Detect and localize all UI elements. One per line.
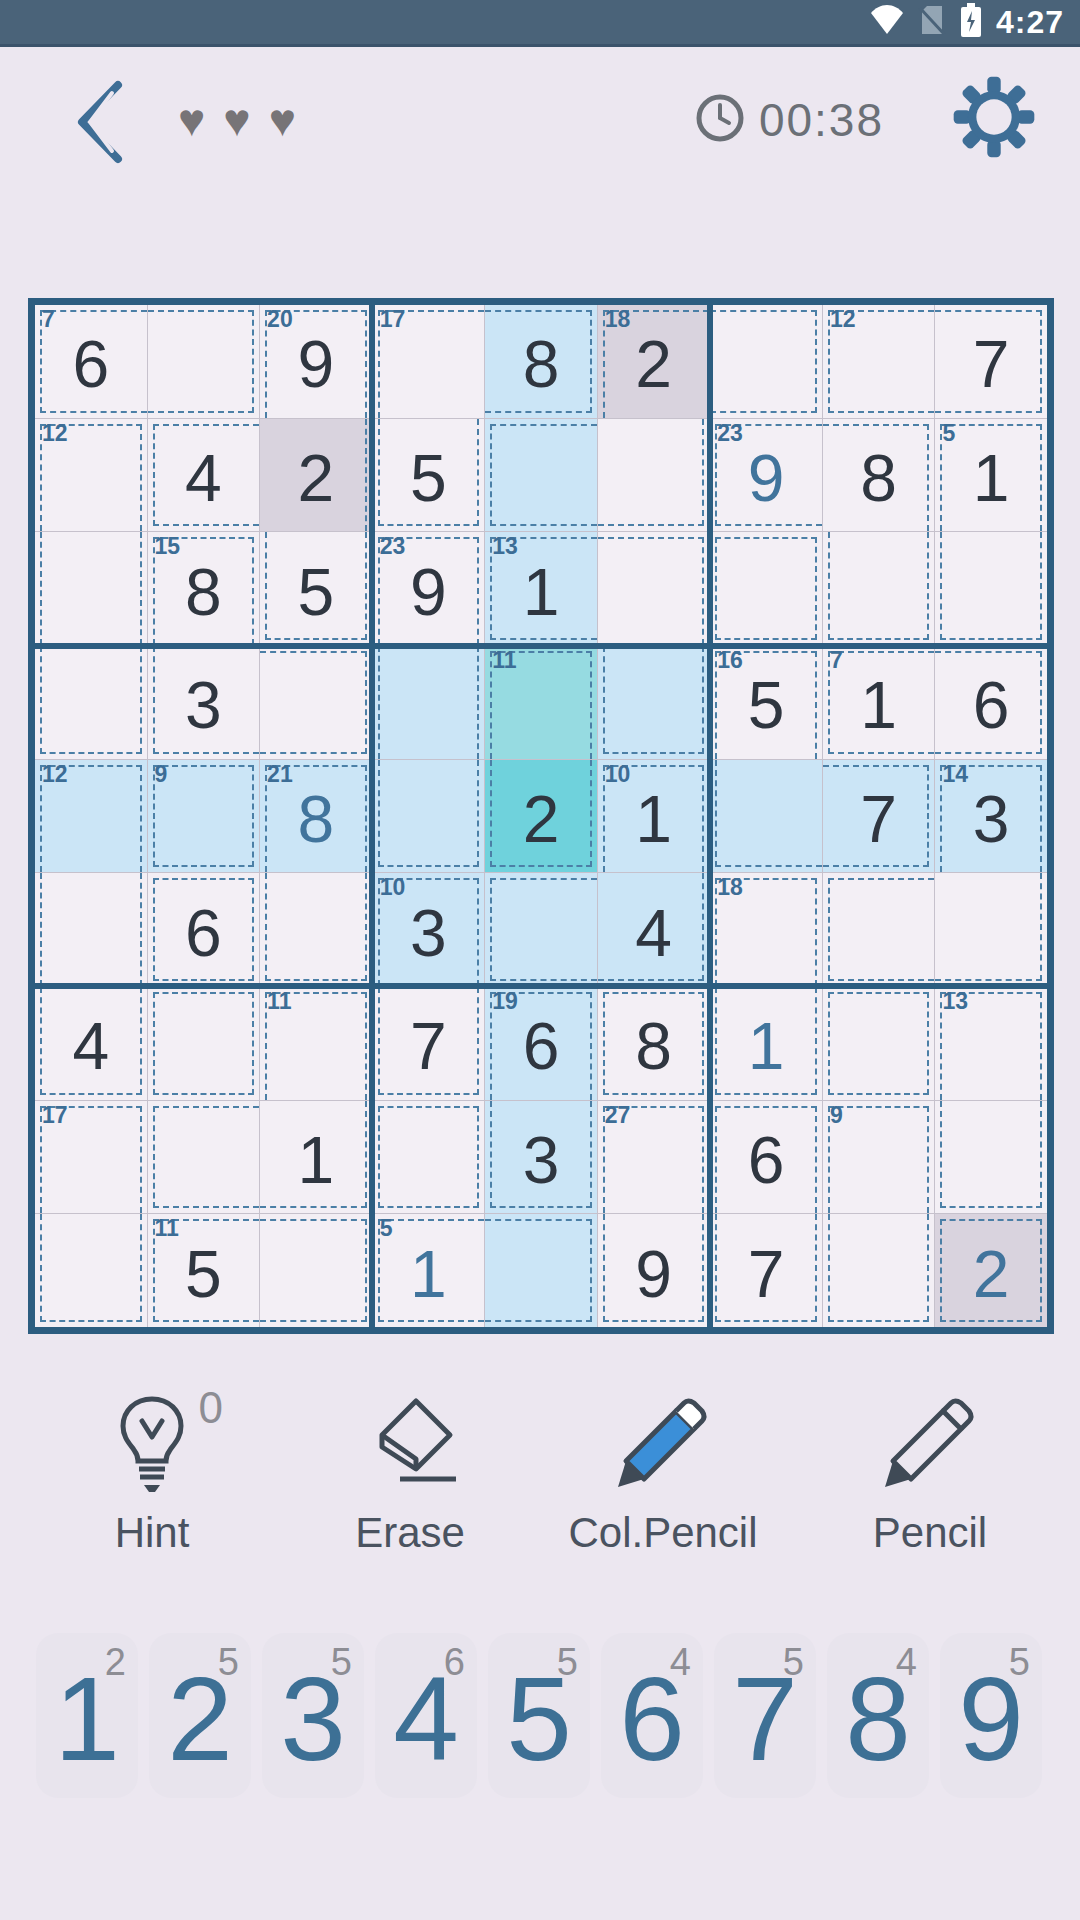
cell-r2c5[interactable]	[485, 419, 597, 532]
cage-border	[710, 411, 817, 413]
cell-r4c3[interactable]	[260, 646, 372, 759]
cell-r6c6[interactable]: 4	[598, 873, 710, 986]
eraser-icon	[360, 1395, 460, 1495]
numpad-remaining-count: 6	[444, 1641, 465, 1684]
cage-border	[153, 1320, 260, 1322]
cell-r7c4[interactable]: 7	[373, 987, 485, 1100]
battery-charging-icon	[960, 3, 982, 41]
cage-border	[40, 532, 42, 645]
cage-border	[828, 979, 935, 981]
game-header: ♥ ♥ ♥ 00:38	[0, 47, 1080, 187]
cage-border	[485, 411, 592, 413]
cage-border	[590, 1219, 592, 1322]
numpad-remaining-count: 2	[105, 1641, 126, 1684]
cage-border	[940, 638, 1042, 640]
cell-r7c1[interactable]: 4	[35, 987, 147, 1100]
cage-sum-label: 14	[942, 761, 968, 788]
cage-border	[485, 1320, 592, 1322]
cell-r5c9[interactable]: 143	[935, 760, 1047, 873]
cage-border	[828, 878, 935, 880]
cage-sum-label: 10	[605, 761, 631, 788]
given-digit: 8	[598, 987, 710, 1100]
cage-border	[40, 987, 42, 1095]
cell-r9c2[interactable]: 115	[148, 1214, 260, 1327]
cage-border	[490, 979, 597, 981]
cage-border	[365, 419, 367, 532]
cell-r5c6[interactable]: 101	[598, 760, 710, 873]
cage-border	[715, 760, 717, 868]
given-digit: 6	[148, 873, 260, 986]
cell-r1c5[interactable]: 8	[485, 305, 597, 418]
cell-r8c7[interactable]: 6	[710, 1101, 822, 1214]
cell-r8c5[interactable]: 3	[485, 1101, 597, 1214]
color-pencil-button[interactable]: Col.Pencil	[553, 1395, 773, 1557]
cage-border	[828, 992, 930, 994]
cell-r5c4[interactable]	[373, 760, 485, 873]
hint-label: Hint	[115, 1509, 190, 1557]
cage-border	[828, 1214, 830, 1322]
cage-border	[490, 1206, 592, 1208]
numpad-remaining-count: 5	[783, 1641, 804, 1684]
cell-r3c9[interactable]	[935, 532, 1047, 645]
erase-button[interactable]: Erase	[300, 1395, 520, 1557]
cage-border	[40, 873, 42, 986]
cell-r3c7[interactable]	[710, 532, 822, 645]
cage-border	[1040, 1219, 1042, 1322]
numpad-button-1[interactable]: 12	[36, 1633, 138, 1798]
cage-border	[140, 424, 142, 532]
numpad-button-9[interactable]: 95	[940, 1633, 1042, 1798]
cell-r4c4[interactable]	[373, 646, 485, 759]
cell-r6c7[interactable]: 18	[710, 873, 822, 986]
cell-r7c6[interactable]: 8	[598, 987, 710, 1100]
cage-border	[490, 760, 492, 868]
cell-r2c2[interactable]: 4	[148, 419, 260, 532]
cage-border	[815, 651, 817, 759]
cell-r1c9[interactable]: 7	[935, 305, 1047, 418]
wifi-icon	[870, 5, 904, 39]
cell-r4c6[interactable]	[598, 646, 710, 759]
cell-r1c6[interactable]: 182	[598, 305, 710, 418]
given-digit: 7	[823, 760, 935, 873]
cage-border	[153, 765, 255, 767]
back-button[interactable]	[62, 79, 142, 165]
numpad-button-2[interactable]: 25	[149, 1633, 251, 1798]
cage-sum-label: 5	[380, 1215, 393, 1242]
cell-r6c5[interactable]	[485, 873, 597, 986]
cage-border	[490, 524, 597, 526]
cage-sum-label: 5	[942, 420, 955, 447]
cage-border	[378, 646, 380, 759]
cell-r3c1[interactable]	[35, 532, 147, 645]
cage-border	[1040, 532, 1042, 640]
cell-r7c9[interactable]: 13	[935, 987, 1047, 1100]
cage-border	[828, 651, 935, 653]
cage-border	[828, 1106, 930, 1108]
cage-border	[715, 524, 822, 526]
cage-sum-label: 9	[155, 761, 168, 788]
cage-border	[715, 1106, 817, 1108]
cell-r6c3[interactable]	[260, 873, 372, 986]
cage-border	[490, 638, 597, 640]
cell-r8c6[interactable]: 27	[598, 1101, 710, 1214]
cage-border	[1040, 424, 1042, 532]
cage-border	[153, 878, 155, 981]
cell-r3c8[interactable]	[823, 532, 935, 645]
cage-border	[153, 752, 260, 754]
cage-sum-label: 16	[717, 647, 743, 674]
cage-sum-label: 20	[267, 306, 293, 333]
cage-border	[140, 873, 142, 986]
cage-border	[365, 1101, 367, 1209]
cage-border	[153, 524, 260, 526]
cage-border	[1040, 651, 1042, 754]
cage-border	[598, 537, 705, 539]
cell-r3c3[interactable]: 5	[260, 532, 372, 645]
cage-border	[40, 411, 147, 413]
given-digit: 6	[935, 646, 1047, 759]
cage-border	[260, 1206, 367, 1208]
cell-r7c2[interactable]	[148, 987, 260, 1100]
cage-border	[815, 987, 817, 1095]
cage-border	[828, 1320, 930, 1322]
cage-border	[927, 424, 929, 532]
cage-sum-label: 18	[605, 306, 631, 333]
cell-r9c3[interactable]	[260, 1214, 372, 1327]
heart-icon: ♥	[223, 97, 250, 143]
cell-r9c1[interactable]	[35, 1214, 147, 1327]
cage-border	[378, 1206, 480, 1208]
cell-r2c8[interactable]: 8	[823, 419, 935, 532]
cage-border	[477, 537, 479, 645]
numpad-button-5[interactable]: 55	[488, 1633, 590, 1798]
cage-sum-label: 10	[380, 874, 406, 901]
cell-r2c4[interactable]: 5	[373, 419, 485, 532]
cage-border	[40, 752, 142, 754]
cage-border	[815, 1106, 817, 1214]
toolbar: 0 Hint Erase Col.Pencil	[0, 1395, 1080, 1575]
numpad-button-8[interactable]: 84	[827, 1633, 929, 1798]
cage-border	[153, 424, 260, 426]
cage-border	[490, 1101, 492, 1209]
cell-r6c1[interactable]	[35, 873, 147, 986]
cage-border	[378, 524, 480, 526]
cage-border	[715, 865, 822, 867]
cage-sum-label: 23	[380, 533, 406, 560]
given-digit: 7	[710, 1214, 822, 1327]
timer: 00:38	[695, 93, 884, 147]
cage-border	[148, 310, 255, 312]
erase-label: Erase	[355, 1509, 465, 1557]
cell-r8c9[interactable]	[935, 1101, 1047, 1214]
cell-r4c2[interactable]: 3	[148, 646, 260, 759]
cage-border	[702, 992, 704, 1095]
cage-sum-label: 12	[42, 420, 68, 447]
status-bar: 4:27	[0, 0, 1080, 47]
cage-sum-label: 9	[830, 1102, 843, 1129]
cage-border	[940, 1101, 942, 1209]
cell-r4c1[interactable]	[35, 646, 147, 759]
cage-border	[265, 638, 367, 640]
timer-text: 00:38	[759, 93, 884, 147]
cage-border	[603, 752, 705, 754]
cell-r5c2[interactable]: 9	[148, 760, 260, 873]
cage-border	[715, 1106, 717, 1214]
color-pencil-label: Col.Pencil	[568, 1509, 757, 1557]
cage-border	[252, 878, 254, 981]
cell-r5c7[interactable]	[710, 760, 822, 873]
cage-border	[265, 873, 267, 981]
cage-border	[1040, 992, 1042, 1100]
cage-sum-label: 7	[42, 306, 55, 333]
cage-border	[715, 1093, 817, 1095]
cage-border	[940, 424, 1042, 426]
cell-r8c8[interactable]: 9	[823, 1101, 935, 1214]
cell-r8c1[interactable]: 17	[35, 1101, 147, 1214]
cell-r9c5[interactable]	[485, 1214, 597, 1327]
cage-sum-label: 7	[830, 647, 843, 674]
cell-r6c8[interactable]	[823, 873, 935, 986]
given-digit: 2	[260, 419, 372, 532]
cage-sum-label: 17	[42, 1102, 68, 1129]
cage-border	[935, 411, 1042, 413]
sudoku-board: 7620917818212712425239851158523913131116…	[28, 298, 1054, 1334]
box-divider	[35, 983, 1047, 989]
cell-r5c3[interactable]: 218	[260, 760, 372, 873]
cell-r2c7[interactable]: 239	[710, 419, 822, 532]
pencil-button[interactable]: Pencil	[820, 1395, 1040, 1557]
cage-border	[927, 532, 929, 640]
pencil-icon	[875, 1395, 985, 1495]
numpad-button-7[interactable]: 75	[714, 1633, 816, 1798]
cell-r9c6[interactable]: 9	[598, 1214, 710, 1327]
cage-border	[490, 865, 592, 867]
cage-sum-label: 27	[605, 1102, 631, 1129]
cage-sum-label: 11	[267, 988, 291, 1015]
cell-r4c7[interactable]: 165	[710, 646, 822, 759]
cage-border	[365, 992, 367, 1100]
cell-r7c3[interactable]: 11	[260, 987, 372, 1100]
cage-border	[140, 646, 142, 754]
cell-r5c1[interactable]: 12	[35, 760, 147, 873]
cell-r8c3[interactable]: 1	[260, 1101, 372, 1214]
cage-sum-label: 12	[830, 306, 856, 333]
numpad-remaining-count: 5	[331, 1641, 352, 1684]
cage-border	[378, 1093, 480, 1095]
cell-r4c8[interactable]: 71	[823, 646, 935, 759]
cage-sum-label: 18	[717, 874, 743, 901]
cage-border	[927, 765, 929, 868]
cage-border	[935, 752, 1042, 754]
cell-r9c4[interactable]: 51	[373, 1214, 485, 1327]
cage-border	[702, 537, 704, 645]
cage-border	[40, 1214, 42, 1322]
cage-border	[40, 1093, 142, 1095]
cage-border	[477, 1106, 479, 1209]
cage-border	[485, 1219, 592, 1221]
cage-sum-label: 11	[492, 647, 516, 674]
cage-sum-label: 13	[942, 988, 968, 1015]
cage-border	[603, 1320, 705, 1322]
cage-border	[828, 992, 830, 1095]
cage-border	[490, 424, 597, 426]
heart-icon: ♥	[269, 97, 296, 143]
cage-border	[828, 878, 830, 981]
cage-border	[702, 419, 704, 527]
cage-border	[590, 310, 592, 413]
given-digit: 3	[148, 646, 260, 759]
lives-indicator: ♥ ♥ ♥	[178, 97, 296, 143]
cage-border	[603, 1093, 705, 1095]
pencil-label: Pencil	[873, 1509, 987, 1557]
cage-border	[260, 651, 367, 653]
cage-border	[153, 646, 155, 754]
cell-r8c2[interactable]	[148, 1101, 260, 1214]
cage-border	[490, 878, 597, 880]
cage-border	[378, 1106, 480, 1108]
cage-border	[927, 1106, 929, 1214]
cell-r1c7[interactable]	[710, 305, 822, 418]
cage-sum-label: 15	[155, 533, 181, 560]
clock-icon	[695, 93, 745, 147]
cell-r7c7[interactable]: 1	[710, 987, 822, 1100]
cage-border	[252, 310, 254, 413]
given-digit: 2	[485, 760, 597, 873]
heart-icon: ♥	[178, 97, 205, 143]
cage-border	[378, 1320, 485, 1322]
cell-r2c9[interactable]: 51	[935, 419, 1047, 532]
cage-border	[153, 1093, 255, 1095]
cage-border	[815, 310, 817, 413]
cage-border	[153, 1106, 155, 1209]
cage-border	[1040, 765, 1042, 873]
cage-border	[260, 1219, 367, 1221]
cell-r6c4[interactable]: 103	[373, 873, 485, 986]
cage-border	[140, 1214, 142, 1322]
cell-r4c9[interactable]: 6	[935, 646, 1047, 759]
cell-r3c2[interactable]: 158	[148, 532, 260, 645]
cell-r9c9[interactable]: 2	[935, 1214, 1047, 1327]
cage-sum-label: 11	[155, 1215, 179, 1242]
given-digit: 8	[823, 419, 935, 532]
cell-r3c4[interactable]: 239	[373, 532, 485, 645]
cell-r3c6[interactable]	[598, 532, 710, 645]
cell-r7c5[interactable]: 196	[485, 987, 597, 1100]
cage-border	[477, 646, 479, 759]
cage-border	[940, 1219, 1042, 1221]
cell-r2c6[interactable]	[598, 419, 710, 532]
cage-border	[927, 1214, 929, 1322]
cage-border	[490, 878, 492, 981]
entered-digit: 2	[935, 1214, 1047, 1327]
cell-r8c4[interactable]	[373, 1101, 485, 1214]
cell-r2c3[interactable]: 2	[260, 419, 372, 532]
cage-border	[252, 765, 254, 868]
numpad-remaining-count: 5	[218, 1641, 239, 1684]
cage-border	[828, 752, 935, 754]
cell-r5c5[interactable]: 2	[485, 760, 597, 873]
cell-r1c2[interactable]	[148, 305, 260, 418]
cage-border	[715, 1320, 817, 1322]
cell-r4c5[interactable]: 11	[485, 646, 597, 759]
number-pad: 122535465564758495	[0, 1633, 1080, 1799]
box-divider	[369, 305, 375, 1327]
gear-icon	[952, 75, 1036, 159]
cage-border	[598, 524, 705, 526]
cage-border	[378, 1219, 485, 1221]
cage-border	[153, 992, 155, 1095]
cell-r1c8[interactable]: 12	[823, 305, 935, 418]
cage-border	[940, 1320, 1042, 1322]
cage-border	[603, 1214, 605, 1322]
cage-border	[40, 646, 42, 754]
cell-r6c9[interactable]	[935, 873, 1047, 986]
given-digit: 9	[598, 1214, 710, 1327]
cell-r7c8[interactable]	[823, 987, 935, 1100]
cage-border	[365, 873, 367, 981]
numpad-remaining-count: 5	[557, 1641, 578, 1684]
cage-border	[927, 992, 929, 1095]
cage-border	[378, 865, 480, 867]
cage-border	[260, 1320, 367, 1322]
cage-border	[140, 1106, 142, 1214]
cell-r2c1[interactable]: 12	[35, 419, 147, 532]
numpad-button-3[interactable]: 35	[262, 1633, 364, 1798]
cage-border	[365, 765, 367, 873]
cage-border	[490, 424, 492, 527]
cell-r1c1[interactable]: 76	[35, 305, 147, 418]
cell-r1c4[interactable]: 17	[373, 305, 485, 418]
cell-r9c8[interactable]	[823, 1214, 935, 1327]
cage-border	[935, 979, 1042, 981]
cage-border	[378, 987, 380, 1095]
cell-r9c7[interactable]: 7	[710, 1214, 822, 1327]
cage-border	[590, 760, 592, 868]
cage-border	[477, 760, 479, 868]
numpad-button-6[interactable]: 64	[601, 1633, 703, 1798]
cage-border	[153, 424, 155, 527]
cage-border	[140, 987, 142, 1095]
cage-sum-label: 17	[380, 306, 406, 333]
settings-button[interactable]	[952, 75, 1036, 159]
cage-border	[715, 638, 817, 640]
cage-border	[140, 532, 142, 645]
given-digit: 7	[935, 305, 1047, 418]
numpad-remaining-count: 4	[896, 1641, 917, 1684]
cage-border	[828, 638, 930, 640]
cage-border	[153, 1106, 260, 1108]
back-chevron-icon	[62, 79, 142, 165]
cage-border	[477, 987, 479, 1095]
cage-border	[828, 411, 935, 413]
given-digit: 4	[598, 873, 710, 986]
cage-border	[260, 752, 367, 754]
hint-button[interactable]: 0 Hint	[42, 1395, 262, 1557]
lightbulb-icon: 0	[115, 1395, 189, 1495]
cage-border	[702, 1106, 704, 1214]
cell-r1c3[interactable]: 209	[260, 305, 372, 418]
cell-r5c8[interactable]: 7	[823, 760, 935, 873]
cage-border	[590, 651, 592, 759]
cell-r3c5[interactable]: 131	[485, 532, 597, 645]
numpad-button-4[interactable]: 46	[375, 1633, 477, 1798]
cage-border	[828, 1093, 930, 1095]
given-digit: 4	[35, 987, 147, 1100]
cage-border	[153, 878, 255, 880]
cell-r6c2[interactable]: 6	[148, 873, 260, 986]
cage-border	[715, 537, 717, 640]
status-time: 4:27	[996, 4, 1064, 41]
